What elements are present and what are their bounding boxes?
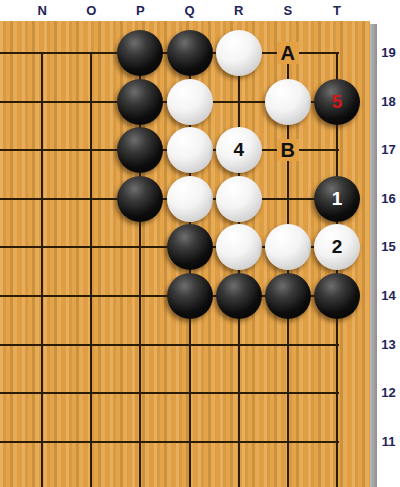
board-edge-shadow (370, 24, 377, 487)
grid-line-col-N (41, 52, 43, 487)
move-number-label: 2 (332, 236, 343, 258)
row-label-14: 14 (377, 288, 400, 304)
stone-white-S15 (265, 224, 311, 270)
stone-white-S18 (265, 79, 311, 125)
stone-white-R19 (216, 30, 262, 76)
stone-black-T16: 1 (314, 176, 360, 222)
stone-black-T14 (314, 273, 360, 319)
column-label-Q: Q (178, 1, 202, 20)
stone-white-R17: 4 (216, 127, 262, 173)
stone-white-T15: 2 (314, 224, 360, 270)
row-label-16: 16 (377, 191, 400, 207)
column-label-M: M (0, 1, 5, 20)
stone-black-Q15 (167, 224, 213, 270)
point-marker-B[interactable]: B (277, 139, 299, 161)
row-label-11: 11 (377, 434, 400, 450)
stone-black-Q14 (167, 273, 213, 319)
column-label-T: T (325, 1, 349, 20)
grid-line-col-O (90, 52, 92, 487)
stone-black-S14 (265, 273, 311, 319)
stone-white-R15 (216, 224, 262, 270)
stone-black-R14 (216, 273, 262, 319)
stone-black-Q19 (167, 30, 213, 76)
stone-white-Q16 (167, 176, 213, 222)
stone-white-Q18 (167, 79, 213, 125)
go-board[interactable]: 5412AB (0, 0, 370, 487)
stone-black-T18: 5 (314, 79, 360, 125)
move-number-label: 4 (233, 139, 244, 161)
column-label-R: R (227, 1, 251, 20)
row-label-13: 13 (377, 337, 400, 353)
column-label-P: P (128, 1, 152, 20)
stone-black-P18 (117, 79, 163, 125)
stone-white-R16 (216, 176, 262, 222)
stone-white-Q17 (167, 127, 213, 173)
column-label-O: O (79, 1, 103, 20)
stone-black-P16 (117, 176, 163, 222)
stone-black-P17 (117, 127, 163, 173)
stone-black-P19 (117, 30, 163, 76)
row-label-19: 19 (377, 45, 400, 61)
row-label-15: 15 (377, 239, 400, 255)
point-marker-A[interactable]: A (277, 42, 299, 64)
column-label-S: S (276, 1, 300, 20)
move-number-label: 5 (332, 91, 343, 113)
row-label-18: 18 (377, 94, 400, 110)
row-labels: 191817161514131211 (377, 21, 400, 487)
move-number-label: 1 (332, 188, 343, 210)
column-labels: MNOPQRST (0, 0, 400, 21)
go-diagram-screen: 5412AB MNOPQRST 191817161514131211 (0, 0, 400, 487)
column-label-N: N (30, 1, 54, 20)
row-label-17: 17 (377, 142, 400, 158)
row-label-12: 12 (377, 385, 400, 401)
